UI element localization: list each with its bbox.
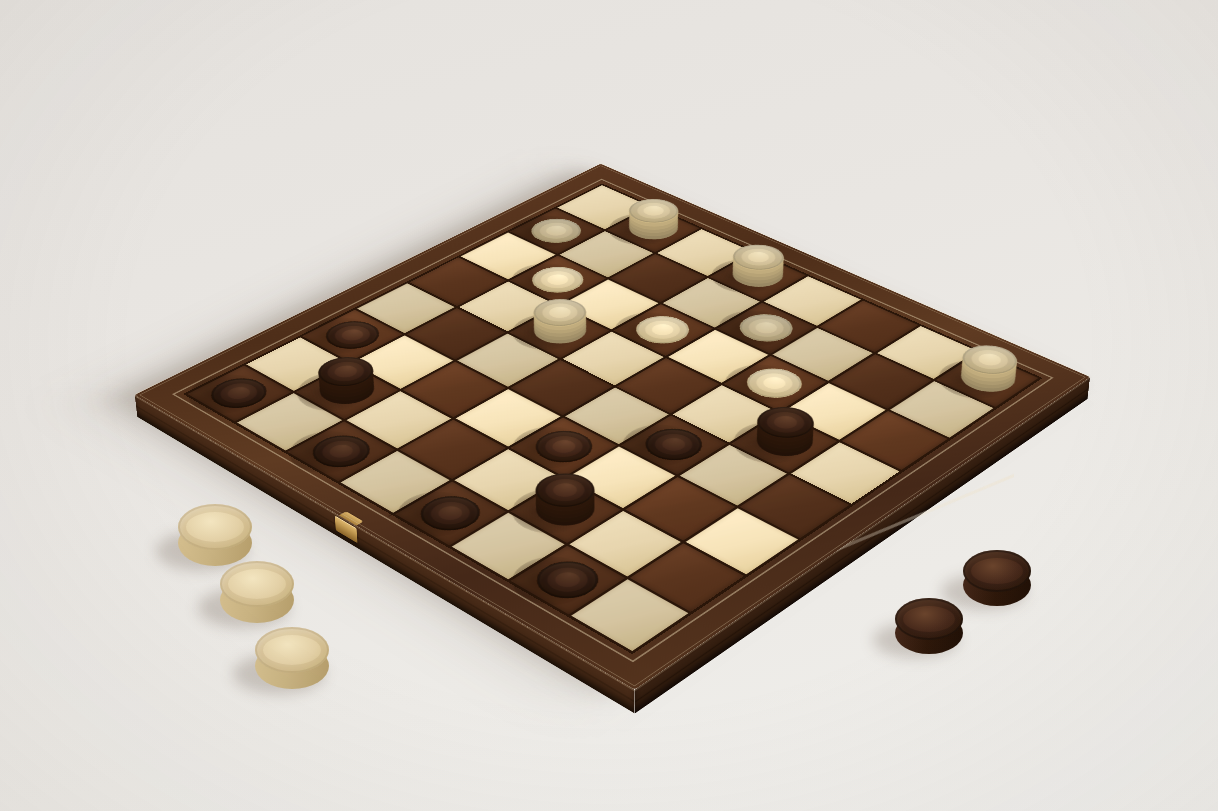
- cell-r3c7-light[interactable]: [792, 442, 900, 503]
- piece-shadow: [174, 367, 277, 422]
- piece-face: [895, 598, 963, 640]
- light-checker-piece-off-board[interactable]: [220, 561, 294, 625]
- piece-face: [255, 627, 329, 673]
- table-surface: [0, 0, 1218, 811]
- light-checker-piece-off-board[interactable]: [255, 627, 329, 691]
- dark-checker-piece-off-board[interactable]: [963, 550, 1031, 608]
- dark-checker-piece[interactable]: [745, 421, 824, 465]
- dark-checker-piece[interactable]: [315, 316, 389, 355]
- dark-checker-piece[interactable]: [309, 371, 386, 412]
- piece-face: [178, 504, 252, 550]
- dark-checker-piece-off-board[interactable]: [895, 598, 963, 656]
- light-checker-piece-off-board[interactable]: [178, 504, 252, 568]
- light-checker-piece[interactable]: [722, 258, 793, 294]
- piece-face: [963, 550, 1031, 592]
- light-checker-piece[interactable]: [950, 359, 1026, 400]
- cell-r7c7-light[interactable]: [571, 580, 688, 651]
- cell-r4c4-light[interactable]: [565, 387, 669, 444]
- board-grid: [183, 183, 1042, 654]
- cell-r7c2-dark[interactable]: [288, 422, 395, 482]
- piece-face: [220, 561, 294, 607]
